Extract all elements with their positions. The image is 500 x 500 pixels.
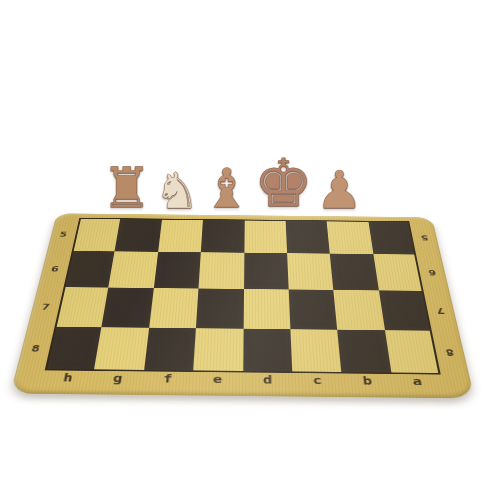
square-b6 — [330, 254, 379, 291]
file-label-a-text: a — [412, 375, 423, 388]
product-photo-scene: ♜♞♝♚♟ 55667788hgfedcba — [0, 0, 500, 500]
file-label-b: b — [342, 373, 395, 397]
rank-label-right-5-text: 5 — [420, 233, 429, 241]
square-a6 — [373, 254, 423, 291]
piece-king-figurine: ♚ — [254, 153, 313, 214]
file-label-b-text: b — [362, 374, 373, 387]
square-g8 — [94, 327, 149, 371]
square-f8 — [144, 328, 196, 372]
file-label-d-text: d — [263, 373, 272, 386]
rank-label-left-6-text: 6 — [50, 264, 60, 273]
square-e7 — [196, 289, 244, 329]
rank-label-right-8-text: 8 — [445, 347, 456, 358]
piece-knight-figurine: ♞ — [155, 168, 200, 215]
square-f5 — [158, 219, 203, 253]
square-d6 — [244, 253, 289, 290]
file-label-c: c — [292, 373, 344, 397]
square-c5 — [286, 220, 330, 254]
square-h5 — [72, 218, 121, 252]
square-c6 — [287, 253, 334, 290]
file-label-g: g — [90, 371, 144, 395]
square-c7 — [289, 289, 338, 329]
file-label-a: a — [391, 374, 445, 398]
vinyl-chessboard-mat: 55667788hgfedcba — [10, 213, 474, 398]
file-label-d: d — [242, 372, 293, 396]
rank-label-left-7-text: 7 — [41, 301, 51, 311]
square-h7 — [55, 287, 109, 327]
square-g7 — [102, 288, 154, 328]
square-b7 — [334, 290, 385, 330]
file-label-e: e — [192, 372, 243, 396]
rank-label-right-6-text: 6 — [428, 268, 438, 277]
square-h6 — [64, 251, 115, 288]
piece-bishop-figurine: ♝ — [202, 164, 250, 214]
square-e6 — [199, 252, 244, 289]
square-h8 — [45, 327, 102, 371]
square-b8 — [337, 330, 391, 374]
mat-bottom-corner-right — [441, 375, 475, 399]
file-label-f-text: f — [163, 372, 173, 385]
square-d7 — [243, 289, 290, 329]
piece-rook-figurine: ♜ — [101, 162, 151, 214]
file-label-f: f — [141, 371, 193, 395]
square-d8 — [243, 329, 293, 373]
file-label-g-text: g — [112, 372, 123, 385]
square-f6 — [154, 252, 201, 289]
square-f7 — [149, 288, 199, 328]
chessboard-mat-perspective: 55667788hgfedcba — [10, 213, 474, 398]
square-c8 — [290, 329, 341, 373]
rank-label-right-7-text: 7 — [436, 305, 446, 315]
pieces-display-row: ♜♞♝♚♟ — [0, 0, 500, 214]
square-e5 — [201, 219, 244, 253]
rank-label-left-8-text: 8 — [30, 342, 41, 353]
square-e8 — [193, 328, 243, 372]
file-label-h: h — [39, 370, 94, 394]
square-d5 — [244, 219, 287, 253]
file-label-h-text: h — [62, 371, 74, 384]
file-label-e-text: e — [213, 373, 223, 386]
square-g6 — [109, 251, 158, 288]
rank-label-left-5-text: 5 — [59, 230, 68, 238]
square-b5 — [327, 220, 373, 254]
piece-pawn-figurine: ♟ — [316, 166, 363, 214]
square-a5 — [368, 221, 416, 255]
square-g5 — [115, 218, 162, 252]
file-label-c-text: c — [312, 374, 322, 387]
